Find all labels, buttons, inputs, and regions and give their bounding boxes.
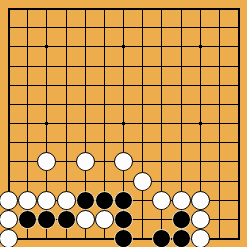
black-stone: ● xyxy=(114,229,133,247)
white-stone: ● xyxy=(133,172,152,191)
star-point xyxy=(199,45,202,48)
black-stone: ● xyxy=(114,210,133,229)
white-stone: ● xyxy=(37,191,56,210)
white-stone: ● xyxy=(0,229,18,247)
white-stone: ● xyxy=(95,210,114,229)
white-stone: ● xyxy=(152,191,171,210)
white-stone: ● xyxy=(76,152,95,171)
grid-line-vertical xyxy=(219,9,220,239)
star-point xyxy=(122,122,125,125)
grid-line-vertical xyxy=(142,9,143,239)
grid-line-horizontal xyxy=(9,181,239,182)
white-stone: ● xyxy=(191,191,210,210)
grid-line-horizontal xyxy=(9,142,239,143)
white-stone: ● xyxy=(76,210,95,229)
white-stone: ● xyxy=(191,210,210,229)
white-stone: ● xyxy=(172,191,191,210)
star-point xyxy=(199,122,202,125)
white-stone: ● xyxy=(18,191,37,210)
white-stone: ● xyxy=(191,229,210,247)
white-stone: ● xyxy=(57,191,76,210)
black-stone: ● xyxy=(114,191,133,210)
white-stone: ● xyxy=(0,210,18,229)
black-stone: ● xyxy=(18,210,37,229)
go-board[interactable]: ●●●●●●●●●●●●●●●●●●●●●●●●●●●● xyxy=(0,0,247,247)
black-stone: ● xyxy=(57,210,76,229)
go-app-screen: ●●●●●●●●●●●●●●●●●●●●●●●●●●●● xyxy=(0,0,247,247)
black-stone: ● xyxy=(172,210,191,229)
black-stone: ● xyxy=(76,191,95,210)
star-point xyxy=(45,122,48,125)
black-stone: ● xyxy=(95,191,114,210)
star-point xyxy=(45,45,48,48)
star-point xyxy=(122,45,125,48)
black-stone: ● xyxy=(172,229,191,247)
white-stone: ● xyxy=(0,191,18,210)
black-stone: ● xyxy=(152,229,171,247)
